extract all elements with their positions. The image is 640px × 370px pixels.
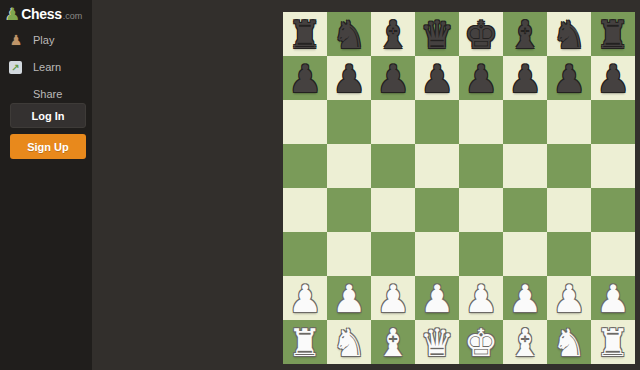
square-f3[interactable] xyxy=(503,232,547,276)
square-b3[interactable] xyxy=(327,232,371,276)
piece-black-pawn[interactable]: ♟ xyxy=(591,56,635,100)
square-d6[interactable] xyxy=(415,100,459,144)
piece-black-pawn[interactable]: ♟ xyxy=(283,56,327,100)
square-e4[interactable] xyxy=(459,188,503,232)
square-a3[interactable] xyxy=(283,232,327,276)
piece-black-pawn[interactable]: ♟ xyxy=(459,56,503,100)
square-h6[interactable] xyxy=(591,100,635,144)
square-g8[interactable]: ♞ xyxy=(547,12,591,56)
sidebar-item-share[interactable]: Share xyxy=(9,87,87,101)
square-c6[interactable] xyxy=(371,100,415,144)
square-d8[interactable]: ♛ xyxy=(415,12,459,56)
piece-white-rook[interactable]: ♜ xyxy=(591,320,635,364)
square-g4[interactable] xyxy=(547,188,591,232)
piece-black-pawn[interactable]: ♟ xyxy=(415,56,459,100)
piece-black-knight[interactable]: ♞ xyxy=(547,12,591,56)
piece-black-rook[interactable]: ♜ xyxy=(283,12,327,56)
sidebar-item-play[interactable]: ♟ Play xyxy=(9,33,87,47)
square-h4[interactable] xyxy=(591,188,635,232)
logo-brand-text: Chess xyxy=(21,6,62,22)
square-d1[interactable]: ♛ xyxy=(415,320,459,364)
square-c7[interactable]: ♟ xyxy=(371,56,415,100)
square-d5[interactable] xyxy=(415,144,459,188)
square-f8[interactable]: ♝ xyxy=(503,12,547,56)
square-c4[interactable] xyxy=(371,188,415,232)
sidebar: ♟ Chess .com ♟ Play ↗ Learn Share Log In… xyxy=(0,0,92,370)
square-g6[interactable] xyxy=(547,100,591,144)
piece-black-pawn[interactable]: ♟ xyxy=(547,56,591,100)
square-b2[interactable]: ♟ xyxy=(327,276,371,320)
login-button[interactable]: Log In xyxy=(10,103,86,128)
square-d4[interactable] xyxy=(415,188,459,232)
square-e3[interactable] xyxy=(459,232,503,276)
piece-black-bishop[interactable]: ♝ xyxy=(503,12,547,56)
square-b6[interactable] xyxy=(327,100,371,144)
square-b4[interactable] xyxy=(327,188,371,232)
board-arrow-icon: ↗ xyxy=(9,60,23,74)
square-g5[interactable] xyxy=(547,144,591,188)
square-h8[interactable]: ♜ xyxy=(591,12,635,56)
square-h7[interactable]: ♟ xyxy=(591,56,635,100)
piece-white-rook[interactable]: ♜ xyxy=(283,320,327,364)
square-f5[interactable] xyxy=(503,144,547,188)
square-c1[interactable]: ♝ xyxy=(371,320,415,364)
square-e7[interactable]: ♟ xyxy=(459,56,503,100)
square-b7[interactable]: ♟ xyxy=(327,56,371,100)
square-h3[interactable] xyxy=(591,232,635,276)
piece-white-pawn[interactable]: ♟ xyxy=(503,276,547,320)
square-f2[interactable]: ♟ xyxy=(503,276,547,320)
square-e1[interactable]: ♚ xyxy=(459,320,503,364)
square-f6[interactable] xyxy=(503,100,547,144)
chesscom-logo[interactable]: ♟ Chess .com xyxy=(5,6,82,23)
share-icon xyxy=(9,87,23,101)
square-f1[interactable]: ♝ xyxy=(503,320,547,364)
piece-white-knight[interactable]: ♞ xyxy=(327,320,371,364)
piece-white-knight[interactable]: ♞ xyxy=(547,320,591,364)
signup-button[interactable]: Sign Up xyxy=(10,134,86,159)
square-b1[interactable]: ♞ xyxy=(327,320,371,364)
piece-white-pawn[interactable]: ♟ xyxy=(459,276,503,320)
square-b5[interactable] xyxy=(327,144,371,188)
square-h1[interactable]: ♜ xyxy=(591,320,635,364)
square-c3[interactable] xyxy=(371,232,415,276)
square-c5[interactable] xyxy=(371,144,415,188)
sidebar-item-label: Learn xyxy=(33,61,61,73)
piece-black-pawn[interactable]: ♟ xyxy=(371,56,415,100)
sidebar-item-label: Share xyxy=(33,88,62,100)
piece-white-bishop[interactable]: ♝ xyxy=(371,320,415,364)
logo-pawn-icon: ♟ xyxy=(5,6,20,23)
square-e5[interactable] xyxy=(459,144,503,188)
piece-black-king[interactable]: ♚ xyxy=(459,12,503,56)
piece-white-king[interactable]: ♚ xyxy=(459,320,503,364)
pawn-icon: ♟ xyxy=(9,33,23,47)
square-f7[interactable]: ♟ xyxy=(503,56,547,100)
square-a1[interactable]: ♜ xyxy=(283,320,327,364)
piece-white-pawn[interactable]: ♟ xyxy=(591,276,635,320)
square-a5[interactable] xyxy=(283,144,327,188)
square-a4[interactable] xyxy=(283,188,327,232)
square-a2[interactable]: ♟ xyxy=(283,276,327,320)
piece-white-pawn[interactable]: ♟ xyxy=(371,276,415,320)
square-c8[interactable]: ♝ xyxy=(371,12,415,56)
square-h5[interactable] xyxy=(591,144,635,188)
square-b8[interactable]: ♞ xyxy=(327,12,371,56)
square-g3[interactable] xyxy=(547,232,591,276)
piece-white-pawn[interactable]: ♟ xyxy=(415,276,459,320)
logo-tld-text: .com xyxy=(63,11,83,21)
square-e6[interactable] xyxy=(459,100,503,144)
square-d7[interactable]: ♟ xyxy=(415,56,459,100)
piece-black-queen[interactable]: ♛ xyxy=(415,12,459,56)
square-e2[interactable]: ♟ xyxy=(459,276,503,320)
piece-white-pawn[interactable]: ♟ xyxy=(283,276,327,320)
piece-white-bishop[interactable]: ♝ xyxy=(503,320,547,364)
square-g7[interactable]: ♟ xyxy=(547,56,591,100)
square-g2[interactable]: ♟ xyxy=(547,276,591,320)
piece-black-pawn[interactable]: ♟ xyxy=(327,56,371,100)
piece-black-pawn[interactable]: ♟ xyxy=(503,56,547,100)
piece-white-pawn[interactable]: ♟ xyxy=(327,276,371,320)
piece-black-knight[interactable]: ♞ xyxy=(327,12,371,56)
piece-white-queen[interactable]: ♛ xyxy=(415,320,459,364)
square-d3[interactable] xyxy=(415,232,459,276)
square-c2[interactable]: ♟ xyxy=(371,276,415,320)
square-d2[interactable]: ♟ xyxy=(415,276,459,320)
square-a8[interactable]: ♜ xyxy=(283,12,327,56)
square-f4[interactable] xyxy=(503,188,547,232)
square-g1[interactable]: ♞ xyxy=(547,320,591,364)
piece-black-rook[interactable]: ♜ xyxy=(591,12,635,56)
square-h2[interactable]: ♟ xyxy=(591,276,635,320)
square-a7[interactable]: ♟ xyxy=(283,56,327,100)
sidebar-item-label: Play xyxy=(33,34,54,46)
square-a6[interactable] xyxy=(283,100,327,144)
square-e8[interactable]: ♚ xyxy=(459,12,503,56)
sidebar-item-learn[interactable]: ↗ Learn xyxy=(9,60,87,74)
piece-white-pawn[interactable]: ♟ xyxy=(547,276,591,320)
piece-black-bishop[interactable]: ♝ xyxy=(371,12,415,56)
chess-board: ♜♞♝♛♚♝♞♜♟♟♟♟♟♟♟♟♟♟♟♟♟♟♟♟♜♞♝♛♚♝♞♜ xyxy=(283,12,635,364)
